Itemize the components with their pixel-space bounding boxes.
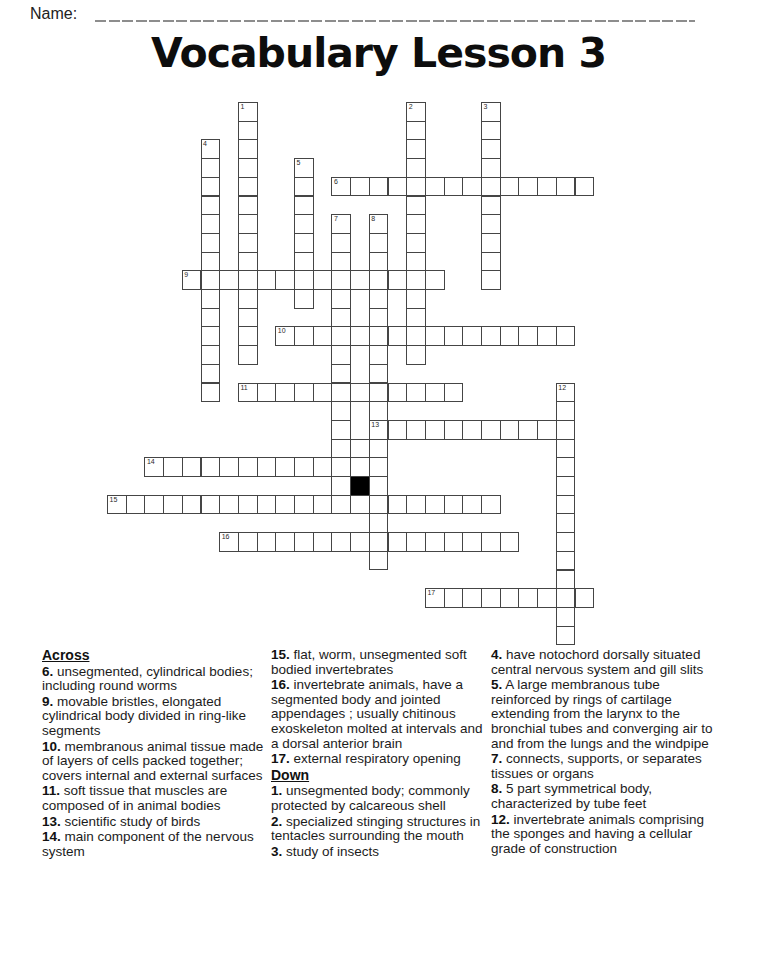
cell-r9c10[interactable]: [294, 270, 314, 290]
cell-r13c5[interactable]: [201, 345, 221, 365]
cell-r13c16[interactable]: [406, 345, 426, 365]
cell-r21c14[interactable]: [369, 495, 389, 515]
clues-column-3: 4. have notochord dorsally situated cent…: [491, 648, 713, 857]
clue-number-3: 3: [484, 103, 488, 111]
cell-r15c8[interactable]: [257, 383, 277, 403]
cell-r19c8[interactable]: [257, 457, 277, 477]
cell-r21c11[interactable]: [313, 495, 333, 515]
cell-r12c9[interactable]: 10: [275, 326, 295, 346]
cell-r26c22[interactable]: [518, 588, 538, 608]
clue-number-1: 1: [240, 103, 244, 111]
cell-r23c8[interactable]: [257, 532, 277, 552]
cell-r19c5[interactable]: [201, 457, 221, 477]
cell-r9c7[interactable]: [238, 270, 258, 290]
cell-r21c3[interactable]: [163, 495, 183, 515]
cell-r20c12[interactable]: [331, 476, 351, 496]
cell-r6c7[interactable]: [238, 214, 258, 234]
cell-r19c12[interactable]: [331, 457, 351, 477]
clue-number-13: 13: [371, 421, 379, 429]
cell-r21c1[interactable]: [126, 495, 146, 515]
cell-r1c16[interactable]: [406, 121, 426, 141]
cell-r10c10[interactable]: [294, 289, 314, 309]
cell-r12c10[interactable]: [294, 326, 314, 346]
cell-r1c20[interactable]: [481, 121, 501, 141]
clue-number-5: 5: [297, 159, 301, 167]
cell-r26c21[interactable]: [500, 588, 520, 608]
cell-r23c20[interactable]: [481, 532, 501, 552]
cell-r26c18[interactable]: [444, 588, 464, 608]
cell-r3c20[interactable]: [481, 158, 501, 178]
cell-r17c18[interactable]: [444, 420, 464, 440]
clues-down-header: Down: [271, 768, 489, 783]
cell-r4c16[interactable]: [406, 177, 426, 197]
cell-r9c20[interactable]: [481, 270, 501, 290]
cell-r4c5[interactable]: [201, 177, 221, 197]
cell-r17c24[interactable]: [556, 420, 576, 440]
cell-r10c16[interactable]: [406, 289, 426, 309]
cell-r9c4[interactable]: 9: [182, 270, 202, 290]
cell-r17c20[interactable]: [481, 420, 501, 440]
cell-r7c5[interactable]: [201, 233, 221, 253]
cell-r7c14[interactable]: [369, 233, 389, 253]
cell-r17c19[interactable]: [462, 420, 482, 440]
cell-r23c24[interactable]: [556, 532, 576, 552]
cell-r6c5[interactable]: [201, 214, 221, 234]
cell-r12c17[interactable]: [425, 326, 445, 346]
clue-number-17: 17: [427, 589, 435, 597]
cell-r23c9[interactable]: [275, 532, 295, 552]
clue-number-8: 8: [371, 215, 375, 223]
clue-down-12: 12. invertebrate animals comprising the …: [491, 813, 713, 857]
cell-r21c19[interactable]: [462, 495, 482, 515]
cell-r18c12[interactable]: [331, 439, 351, 459]
puzzle-title: Vocabulary Lesson 3: [0, 33, 757, 74]
cell-r4c7[interactable]: [238, 177, 258, 197]
clue-number-6: 6: [334, 178, 338, 186]
cell-r19c2[interactable]: 14: [144, 457, 164, 477]
cell-r11c14[interactable]: [369, 308, 389, 328]
clue-number-10: 10: [278, 327, 286, 335]
cell-r2c16[interactable]: [406, 139, 426, 159]
cell-r15c13[interactable]: [350, 383, 370, 403]
cell-r23c21[interactable]: [500, 532, 520, 552]
cell-r3c10[interactable]: 5: [294, 158, 314, 178]
cell-r16c24[interactable]: [556, 401, 576, 421]
cell-r21c5[interactable]: [201, 495, 221, 515]
cell-r9c13[interactable]: [350, 270, 370, 290]
cell-r0c20[interactable]: 3: [481, 102, 501, 122]
cell-r26c23[interactable]: [537, 588, 557, 608]
cell-r3c7[interactable]: [238, 158, 258, 178]
cell-r8c20[interactable]: [481, 252, 501, 272]
cell-r4c17[interactable]: [425, 177, 445, 197]
cell-r19c9[interactable]: [275, 457, 295, 477]
cell-r14c5[interactable]: [201, 364, 221, 384]
cell-r5c7[interactable]: [238, 196, 258, 216]
cell-r9c14[interactable]: [369, 270, 389, 290]
cell-r2c7[interactable]: [238, 139, 258, 159]
cell-r8c12[interactable]: [331, 252, 351, 272]
cell-r15c10[interactable]: [294, 383, 314, 403]
cell-r19c3[interactable]: [163, 457, 183, 477]
cell-r4c24[interactable]: [556, 177, 576, 197]
cell-r4c25[interactable]: [575, 177, 595, 197]
cell-r12c23[interactable]: [537, 326, 557, 346]
cell-r23c17[interactable]: [425, 532, 445, 552]
cell-r7c20[interactable]: [481, 233, 501, 253]
cell-r21c7[interactable]: [238, 495, 258, 515]
cell-r23c13[interactable]: [350, 532, 370, 552]
cell-r23c16[interactable]: [406, 532, 426, 552]
cell-r26c17[interactable]: 17: [425, 588, 445, 608]
black-cell-r20c13: [350, 476, 370, 496]
cell-r4c12[interactable]: 6: [331, 177, 351, 197]
cell-r21c0[interactable]: 15: [107, 495, 127, 515]
clue-across-6: 6. unsegmented, cylindrical bodies; incl…: [42, 665, 274, 694]
cell-r9c5[interactable]: [201, 270, 221, 290]
clues-column-2: 15. flat, worm, unsegmented soft bodied …: [271, 648, 489, 860]
cell-r7c7[interactable]: [238, 233, 258, 253]
cell-r15c16[interactable]: [406, 383, 426, 403]
cell-r1c7[interactable]: [238, 121, 258, 141]
cell-r17c12[interactable]: [331, 420, 351, 440]
cell-r16c12[interactable]: [331, 401, 351, 421]
cell-r23c10[interactable]: [294, 532, 314, 552]
cell-r15c24[interactable]: 12: [556, 383, 576, 403]
clue-number-15: 15: [110, 496, 118, 504]
cell-r12c5[interactable]: [201, 326, 221, 346]
cell-r24c24[interactable]: [556, 551, 576, 571]
cell-r26c25[interactable]: [575, 588, 595, 608]
cell-r4c19[interactable]: [462, 177, 482, 197]
clue-across-16: 16. invertebrate animals, have a segment…: [271, 678, 489, 751]
cell-r12c19[interactable]: [462, 326, 482, 346]
clue-number-9: 9: [184, 271, 188, 279]
cell-r22c14[interactable]: [369, 513, 389, 533]
cell-r21c4[interactable]: [182, 495, 202, 515]
cell-r4c20[interactable]: [481, 177, 501, 197]
cell-r15c12[interactable]: [331, 383, 351, 403]
cell-r17c23[interactable]: [537, 420, 557, 440]
cell-r21c15[interactable]: [388, 495, 408, 515]
cell-r8c5[interactable]: [201, 252, 221, 272]
cell-r23c18[interactable]: [444, 532, 464, 552]
cell-r23c12[interactable]: [331, 532, 351, 552]
cell-r9c6[interactable]: [219, 270, 239, 290]
clue-number-11: 11: [240, 384, 247, 392]
cell-r12c7[interactable]: [238, 326, 258, 346]
cell-r5c10[interactable]: [294, 196, 314, 216]
clue-across-14: 14. main component of the nervous system: [42, 830, 274, 859]
cell-r6c12[interactable]: 7: [331, 214, 351, 234]
cell-r11c5[interactable]: [201, 308, 221, 328]
clue-number-16: 16: [222, 533, 230, 541]
cell-r15c5[interactable]: [201, 383, 221, 403]
cell-r17c14[interactable]: 13: [369, 420, 389, 440]
cell-r6c20[interactable]: [481, 214, 501, 234]
cell-r21c16[interactable]: [406, 495, 426, 515]
cell-r10c12[interactable]: [331, 289, 351, 309]
cell-r11c7[interactable]: [238, 308, 258, 328]
cell-r2c5[interactable]: 4: [201, 139, 221, 159]
cell-r19c14[interactable]: [369, 457, 389, 477]
cell-r12c14[interactable]: [369, 326, 389, 346]
cell-r5c20[interactable]: [481, 196, 501, 216]
clue-number-12: 12: [558, 384, 566, 392]
cell-r12c16[interactable]: [406, 326, 426, 346]
clue-number-2: 2: [409, 103, 413, 111]
cell-r17c17[interactable]: [425, 420, 445, 440]
cell-r13c14[interactable]: [369, 345, 389, 365]
cell-r0c16[interactable]: 2: [406, 102, 426, 122]
cell-r4c23[interactable]: [537, 177, 557, 197]
cell-r24c14[interactable]: [369, 551, 389, 571]
clue-across-17: 17. external respiratory opening: [271, 752, 489, 767]
cell-r5c5[interactable]: [201, 196, 221, 216]
cell-r3c16[interactable]: [406, 158, 426, 178]
cell-r8c14[interactable]: [369, 252, 389, 272]
cell-r9c15[interactable]: [388, 270, 408, 290]
cell-r17c15[interactable]: [388, 420, 408, 440]
cell-r9c8[interactable]: [257, 270, 277, 290]
cell-r12c21[interactable]: [500, 326, 520, 346]
name-label: Name:: [30, 5, 77, 23]
cell-r10c5[interactable]: [201, 289, 221, 309]
cell-r9c11[interactable]: [313, 270, 333, 290]
cell-r11c12[interactable]: [331, 308, 351, 328]
cell-r8c16[interactable]: [406, 252, 426, 272]
cell-r27c24[interactable]: [556, 607, 576, 627]
cell-r4c22[interactable]: [518, 177, 538, 197]
cell-r12c18[interactable]: [444, 326, 464, 346]
cell-r12c24[interactable]: [556, 326, 576, 346]
cell-r15c7[interactable]: 11: [238, 383, 258, 403]
cell-r17c21[interactable]: [500, 420, 520, 440]
cell-r6c10[interactable]: [294, 214, 314, 234]
cell-r13c12[interactable]: [331, 345, 351, 365]
cell-r18c14[interactable]: [369, 439, 389, 459]
clue-down-8: 8. 5 part symmetrical body, characterize…: [491, 782, 713, 811]
cell-r21c2[interactable]: [144, 495, 164, 515]
clue-across-10: 10. membranous animal tissue made of lay…: [42, 740, 274, 784]
cell-r21c17[interactable]: [425, 495, 445, 515]
cell-r6c16[interactable]: [406, 214, 426, 234]
clues-across-header: Across: [42, 648, 274, 663]
cell-r15c14[interactable]: [369, 383, 389, 403]
cell-r26c19[interactable]: [462, 588, 482, 608]
cell-r20c24[interactable]: [556, 476, 576, 496]
cell-r8c10[interactable]: [294, 252, 314, 272]
cell-r18c24[interactable]: [556, 439, 576, 459]
cell-r4c13[interactable]: [350, 177, 370, 197]
cell-r26c20[interactable]: [481, 588, 501, 608]
cell-r21c10[interactable]: [294, 495, 314, 515]
cell-r28c24[interactable]: [556, 626, 576, 646]
clue-down-5: 5. A large membranous tube reinforced by…: [491, 678, 713, 751]
cell-r4c14[interactable]: [369, 177, 389, 197]
cell-r21c20[interactable]: [481, 495, 501, 515]
cell-r21c12[interactable]: [331, 495, 351, 515]
clue-number-14: 14: [147, 458, 155, 466]
cell-r16c14[interactable]: [369, 401, 389, 421]
cell-r5c16[interactable]: [406, 196, 426, 216]
cell-r14c14[interactable]: [369, 364, 389, 384]
cell-r9c12[interactable]: [331, 270, 351, 290]
cell-r12c20[interactable]: [481, 326, 501, 346]
cell-r7c16[interactable]: [406, 233, 426, 253]
clue-across-15: 15. flat, worm, unsegmented soft bodied …: [271, 648, 489, 677]
cell-r21c13[interactable]: [350, 495, 370, 515]
cell-r15c15[interactable]: [388, 383, 408, 403]
cell-r4c10[interactable]: [294, 177, 314, 197]
clue-number-4: 4: [203, 140, 207, 148]
cell-r19c6[interactable]: [219, 457, 239, 477]
cell-r10c14[interactable]: [369, 289, 389, 309]
cell-r21c8[interactable]: [257, 495, 277, 515]
cell-r9c9[interactable]: [275, 270, 295, 290]
cell-r23c6[interactable]: 16: [219, 532, 239, 552]
cell-r21c6[interactable]: [219, 495, 239, 515]
cell-r21c9[interactable]: [275, 495, 295, 515]
cell-r26c24[interactable]: [556, 588, 576, 608]
clue-down-2: 2. specialized stinging structures in te…: [271, 815, 489, 844]
cell-r17c22[interactable]: [518, 420, 538, 440]
cell-r19c4[interactable]: [182, 457, 202, 477]
cell-r15c17[interactable]: [425, 383, 445, 403]
cell-r19c13[interactable]: [350, 457, 370, 477]
cell-r4c18[interactable]: [444, 177, 464, 197]
cell-r15c11[interactable]: [313, 383, 333, 403]
clue-down-3: 3. study of insects: [271, 845, 489, 860]
cell-r21c24[interactable]: [556, 495, 576, 515]
cell-r17c16[interactable]: [406, 420, 426, 440]
cell-r23c15[interactable]: [388, 532, 408, 552]
clue-across-9: 9. movable bristles, elongated cylindric…: [42, 695, 274, 739]
cell-r12c11[interactable]: [313, 326, 333, 346]
cell-r19c10[interactable]: [294, 457, 314, 477]
cell-r19c24[interactable]: [556, 457, 576, 477]
cell-r9c17[interactable]: [425, 270, 445, 290]
cell-r22c24[interactable]: [556, 513, 576, 533]
cell-r21c18[interactable]: [444, 495, 464, 515]
cell-r20c14[interactable]: [369, 476, 389, 496]
cell-r23c7[interactable]: [238, 532, 258, 552]
clue-down-7: 7. connects, supports, or separates tiss…: [491, 752, 713, 781]
cell-r14c12[interactable]: [331, 364, 351, 384]
cell-r15c9[interactable]: [275, 383, 295, 403]
cell-r12c12[interactable]: [331, 326, 351, 346]
cell-r18c13[interactable]: [350, 439, 370, 459]
cell-r19c7[interactable]: [238, 457, 258, 477]
cell-r23c11[interactable]: [313, 532, 333, 552]
cell-r19c11[interactable]: [313, 457, 333, 477]
cell-r15c18[interactable]: [444, 383, 464, 403]
cell-r12c15[interactable]: [388, 326, 408, 346]
cell-r13c7[interactable]: [238, 345, 258, 365]
cell-r7c10[interactable]: [294, 233, 314, 253]
clue-down-1: 1. unsegmented body; commonly protected …: [271, 784, 489, 813]
cell-r4c21[interactable]: [500, 177, 520, 197]
cell-r11c16[interactable]: [406, 308, 426, 328]
cell-r12c22[interactable]: [518, 326, 538, 346]
cell-r23c14[interactable]: [369, 532, 389, 552]
clues-column-1: Across6. unsegmented, cylindrical bodies…: [42, 648, 274, 860]
cell-r12c13[interactable]: [350, 326, 370, 346]
clue-across-11: 11. soft tissue that muscles are compose…: [42, 784, 274, 813]
cell-r2c20[interactable]: [481, 139, 501, 159]
cell-r8c7[interactable]: [238, 252, 258, 272]
cell-r3c5[interactable]: [201, 158, 221, 178]
clue-down-4: 4. have notochord dorsally situated cent…: [491, 648, 713, 677]
cell-r9c16[interactable]: [406, 270, 426, 290]
cell-r0c7[interactable]: 1: [238, 102, 258, 122]
cell-r4c15[interactable]: [388, 177, 408, 197]
clue-across-13: 13. scientific study of birds: [42, 815, 274, 830]
name-input-line[interactable]: [95, 20, 695, 22]
cell-r10c7[interactable]: [238, 289, 258, 309]
cell-r23c19[interactable]: [462, 532, 482, 552]
crossword-grid: 6910111314151617123457812: [107, 102, 595, 646]
cell-r25c24[interactable]: [556, 570, 576, 590]
cell-r6c14[interactable]: 8: [369, 214, 389, 234]
clue-number-7: 7: [334, 215, 338, 223]
cell-r7c12[interactable]: [331, 233, 351, 253]
